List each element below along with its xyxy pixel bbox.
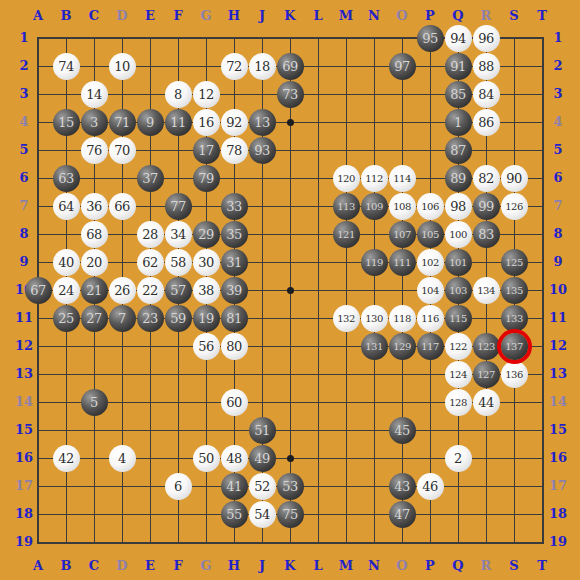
stone-white-move-48[interactable]: 48: [221, 445, 248, 472]
coord-label-left-5: 5: [12, 142, 36, 158]
coord-label-top-N: N: [362, 8, 386, 24]
coord-label-right-3: 3: [546, 86, 570, 102]
stone-black-move-101[interactable]: 101: [445, 249, 472, 276]
stone-white-move-136[interactable]: 136: [501, 361, 528, 388]
coord-label-right-10: 10: [546, 282, 570, 298]
stone-white-move-112[interactable]: 112: [361, 165, 388, 192]
stone-white-move-80[interactable]: 80: [221, 333, 248, 360]
stone-black-move-109[interactable]: 109: [361, 193, 388, 220]
stone-white-move-118[interactable]: 118: [389, 305, 416, 332]
coord-label-bottom-R: R: [474, 558, 498, 574]
stone-white-move-62[interactable]: 62: [137, 249, 164, 276]
stone-black-move-19[interactable]: 19: [193, 305, 220, 332]
stone-white-move-74[interactable]: 74: [53, 53, 80, 80]
coord-label-right-8: 8: [546, 226, 570, 242]
stone-black-move-9[interactable]: 9: [137, 109, 164, 136]
coord-label-right-17: 17: [546, 478, 570, 494]
coord-label-top-Q: Q: [446, 8, 470, 24]
stone-black-move-29[interactable]: 29: [193, 221, 220, 248]
stone-black-move-133[interactable]: 133: [501, 305, 528, 332]
stone-black-move-59[interactable]: 59: [165, 305, 192, 332]
coord-label-left-13: 13: [12, 366, 36, 382]
stone-black-move-69[interactable]: 69: [277, 53, 304, 80]
stone-black-move-3[interactable]: 3: [81, 109, 108, 136]
stone-black-move-35[interactable]: 35: [221, 221, 248, 248]
coord-label-bottom-L: L: [306, 558, 330, 574]
stone-black-move-117[interactable]: 117: [417, 333, 444, 360]
stone-black-move-55[interactable]: 55: [221, 501, 248, 528]
stone-black-move-85[interactable]: 85: [445, 81, 472, 108]
coord-label-left-15: 15: [12, 422, 36, 438]
stone-white-move-36[interactable]: 36: [81, 193, 108, 220]
coord-label-right-2: 2: [546, 58, 570, 74]
grid-vline-L: [318, 38, 319, 543]
coord-label-top-G: G: [194, 8, 218, 24]
stone-black-move-89[interactable]: 89: [445, 165, 472, 192]
stone-black-move-95[interactable]: 95: [417, 25, 444, 52]
coord-label-right-11: 11: [546, 310, 570, 326]
stone-black-move-5[interactable]: 5: [81, 389, 108, 416]
coord-label-left-19: 19: [12, 534, 36, 550]
coord-label-top-O: O: [390, 8, 414, 24]
coord-label-right-19: 19: [546, 534, 570, 550]
stone-white-move-76[interactable]: 76: [81, 137, 108, 164]
stone-black-move-79[interactable]: 79: [193, 165, 220, 192]
coord-label-left-7: 7: [12, 198, 36, 214]
coord-label-bottom-C: C: [82, 558, 106, 574]
coord-label-right-18: 18: [546, 506, 570, 522]
stone-white-move-50[interactable]: 50: [193, 445, 220, 472]
stone-black-move-57[interactable]: 57: [165, 277, 192, 304]
coord-label-top-P: P: [418, 8, 442, 24]
stone-white-move-26[interactable]: 26: [109, 277, 136, 304]
stone-white-move-42[interactable]: 42: [53, 445, 80, 472]
stone-black-move-41[interactable]: 41: [221, 473, 248, 500]
coord-label-left-18: 18: [12, 506, 36, 522]
stone-white-move-96[interactable]: 96: [473, 25, 500, 52]
coord-label-top-D: D: [110, 8, 134, 24]
coord-label-left-12: 12: [12, 338, 36, 354]
stone-white-move-40[interactable]: 40: [53, 249, 80, 276]
coord-label-right-7: 7: [546, 198, 570, 214]
stone-white-move-8[interactable]: 8: [165, 81, 192, 108]
coord-label-top-A: A: [26, 8, 50, 24]
stone-black-move-63[interactable]: 63: [53, 165, 80, 192]
stone-black-move-45[interactable]: 45: [389, 417, 416, 444]
stone-white-move-90[interactable]: 90: [501, 165, 528, 192]
stone-black-move-11[interactable]: 11: [165, 109, 192, 136]
stone-black-move-135[interactable]: 135: [501, 277, 528, 304]
star-point-K10: [287, 287, 294, 294]
stone-white-move-106[interactable]: 106: [417, 193, 444, 220]
coord-label-right-5: 5: [546, 142, 570, 158]
coord-label-bottom-M: M: [334, 558, 358, 574]
stone-white-move-98[interactable]: 98: [445, 193, 472, 220]
stone-black-move-105[interactable]: 105: [417, 221, 444, 248]
stone-black-move-127[interactable]: 127: [473, 361, 500, 388]
stone-white-move-126[interactable]: 126: [501, 193, 528, 220]
coord-label-bottom-Q: Q: [446, 558, 470, 574]
stone-black-move-115[interactable]: 115: [445, 305, 472, 332]
coord-label-top-S: S: [502, 8, 526, 24]
stone-white-move-130[interactable]: 130: [361, 305, 388, 332]
stone-white-move-124[interactable]: 124: [445, 361, 472, 388]
stone-white-move-20[interactable]: 20: [81, 249, 108, 276]
coord-label-bottom-B: B: [54, 558, 78, 574]
coord-label-left-8: 8: [12, 226, 36, 242]
coord-label-right-12: 12: [546, 338, 570, 354]
coord-label-top-M: M: [334, 8, 358, 24]
stone-white-move-44[interactable]: 44: [473, 389, 500, 416]
stone-black-move-21[interactable]: 21: [81, 277, 108, 304]
coord-label-left-16: 16: [12, 450, 36, 466]
coord-label-left-3: 3: [12, 86, 36, 102]
stone-white-move-6[interactable]: 6: [165, 473, 192, 500]
stone-black-move-111[interactable]: 111: [389, 249, 416, 276]
stone-white-move-18[interactable]: 18: [249, 53, 276, 80]
stone-white-move-72[interactable]: 72: [221, 53, 248, 80]
stone-white-move-4[interactable]: 4: [109, 445, 136, 472]
coord-label-right-15: 15: [546, 422, 570, 438]
stone-white-move-116[interactable]: 116: [417, 305, 444, 332]
stone-black-move-71[interactable]: 71: [109, 109, 136, 136]
stone-black-move-103[interactable]: 103: [445, 277, 472, 304]
stone-white-move-64[interactable]: 64: [53, 193, 80, 220]
stone-black-move-87[interactable]: 87: [445, 137, 472, 164]
stone-white-move-14[interactable]: 14: [81, 81, 108, 108]
coord-label-right-13: 13: [546, 366, 570, 382]
stone-black-move-37[interactable]: 37: [137, 165, 164, 192]
coord-label-bottom-G: G: [194, 558, 218, 574]
stone-white-move-12[interactable]: 12: [193, 81, 220, 108]
coord-label-bottom-O: O: [390, 558, 414, 574]
coord-label-left-6: 6: [12, 170, 36, 186]
coord-label-bottom-T: T: [530, 558, 554, 574]
coord-label-top-R: R: [474, 8, 498, 24]
coord-label-bottom-J: J: [250, 558, 274, 574]
stone-black-move-129[interactable]: 129: [389, 333, 416, 360]
stone-black-move-113[interactable]: 113: [333, 193, 360, 220]
coord-label-left-2: 2: [12, 58, 36, 74]
stone-white-move-56[interactable]: 56: [193, 333, 220, 360]
stone-white-move-34[interactable]: 34: [165, 221, 192, 248]
coord-label-top-B: B: [54, 8, 78, 24]
grid-vline-O: [402, 38, 403, 543]
stone-white-move-46[interactable]: 46: [417, 473, 444, 500]
coord-label-right-9: 9: [546, 254, 570, 270]
stone-white-move-2[interactable]: 2: [445, 445, 472, 472]
coord-label-bottom-S: S: [502, 558, 526, 574]
coord-label-top-L: L: [306, 8, 330, 24]
stone-white-move-92[interactable]: 92: [221, 109, 248, 136]
coord-label-left-11: 11: [12, 310, 36, 326]
stone-black-move-33[interactable]: 33: [221, 193, 248, 220]
grid-vline-M: [346, 38, 347, 543]
grid-vline-N: [374, 38, 375, 543]
star-point-K16: [287, 455, 294, 462]
stone-black-move-75[interactable]: 75: [277, 501, 304, 528]
coord-label-right-4: 4: [546, 114, 570, 130]
stone-black-move-17[interactable]: 17: [193, 137, 220, 164]
stone-black-move-137[interactable]: 137: [501, 333, 528, 360]
coord-label-top-H: H: [222, 8, 246, 24]
stone-white-move-24[interactable]: 24: [53, 277, 80, 304]
stone-black-move-123[interactable]: 123: [473, 333, 500, 360]
stone-white-move-60[interactable]: 60: [221, 389, 248, 416]
coord-label-bottom-E: E: [138, 558, 162, 574]
stone-white-move-66[interactable]: 66: [109, 193, 136, 220]
stone-black-move-13[interactable]: 13: [249, 109, 276, 136]
stone-white-move-122[interactable]: 122: [445, 333, 472, 360]
stone-black-move-91[interactable]: 91: [445, 53, 472, 80]
stone-black-move-77[interactable]: 77: [165, 193, 192, 220]
stone-white-move-84[interactable]: 84: [473, 81, 500, 108]
stone-white-move-108[interactable]: 108: [389, 193, 416, 220]
coord-label-bottom-H: H: [222, 558, 246, 574]
stone-white-move-86[interactable]: 86: [473, 109, 500, 136]
stone-white-move-82[interactable]: 82: [473, 165, 500, 192]
stone-black-move-99[interactable]: 99: [473, 193, 500, 220]
stone-black-move-125[interactable]: 125: [501, 249, 528, 276]
stone-black-move-43[interactable]: 43: [389, 473, 416, 500]
coord-label-right-6: 6: [546, 170, 570, 186]
stone-black-move-25[interactable]: 25: [53, 305, 80, 332]
stone-white-move-70[interactable]: 70: [109, 137, 136, 164]
coord-label-top-C: C: [82, 8, 106, 24]
stone-black-move-67[interactable]: 67: [25, 277, 52, 304]
stone-black-move-107[interactable]: 107: [389, 221, 416, 248]
coord-label-top-J: J: [250, 8, 274, 24]
stone-black-move-97[interactable]: 97: [389, 53, 416, 80]
stone-white-move-52[interactable]: 52: [249, 473, 276, 500]
stone-white-move-94[interactable]: 94: [445, 25, 472, 52]
stone-black-move-39[interactable]: 39: [221, 277, 248, 304]
coord-label-left-9: 9: [12, 254, 36, 270]
stone-black-move-23[interactable]: 23: [137, 305, 164, 332]
stone-white-move-88[interactable]: 88: [473, 53, 500, 80]
star-point-K4: [287, 119, 294, 126]
stone-white-move-16[interactable]: 16: [193, 109, 220, 136]
coord-label-bottom-P: P: [418, 558, 442, 574]
coord-label-right-1: 1: [546, 30, 570, 46]
coord-label-top-T: T: [530, 8, 554, 24]
stone-black-move-31[interactable]: 31: [221, 249, 248, 276]
stone-black-move-53[interactable]: 53: [277, 473, 304, 500]
stone-white-move-10[interactable]: 10: [109, 53, 136, 80]
stone-black-move-47[interactable]: 47: [389, 501, 416, 528]
stone-black-move-15[interactable]: 15: [53, 109, 80, 136]
coord-label-left-14: 14: [12, 394, 36, 410]
coord-label-right-14: 14: [546, 394, 570, 410]
stone-white-move-38[interactable]: 38: [193, 277, 220, 304]
stone-black-move-49[interactable]: 49: [249, 445, 276, 472]
coord-label-bottom-N: N: [362, 558, 386, 574]
stone-white-move-104[interactable]: 104: [417, 277, 444, 304]
stone-white-move-134[interactable]: 134: [473, 277, 500, 304]
coord-label-top-K: K: [278, 8, 302, 24]
stone-black-move-81[interactable]: 81: [221, 305, 248, 332]
coord-label-bottom-K: K: [278, 558, 302, 574]
stone-white-move-102[interactable]: 102: [417, 249, 444, 276]
stone-white-move-22[interactable]: 22: [137, 277, 164, 304]
stone-white-move-58[interactable]: 58: [165, 249, 192, 276]
stone-black-move-83[interactable]: 83: [473, 221, 500, 248]
stone-black-move-27[interactable]: 27: [81, 305, 108, 332]
coord-label-bottom-F: F: [166, 558, 190, 574]
coord-label-left-4: 4: [12, 114, 36, 130]
stone-black-move-1[interactable]: 1: [445, 109, 472, 136]
stone-white-move-68[interactable]: 68: [81, 221, 108, 248]
coord-label-top-F: F: [166, 8, 190, 24]
stone-white-move-100[interactable]: 100: [445, 221, 472, 248]
stone-white-move-128[interactable]: 128: [445, 389, 472, 416]
coord-label-bottom-A: A: [26, 558, 50, 574]
stone-black-move-119[interactable]: 119: [361, 249, 388, 276]
stone-white-move-78[interactable]: 78: [221, 137, 248, 164]
stone-black-move-121[interactable]: 121: [333, 221, 360, 248]
grid-hline-15: [38, 430, 543, 431]
stone-white-move-114[interactable]: 114: [389, 165, 416, 192]
stone-black-move-73[interactable]: 73: [277, 81, 304, 108]
coord-label-top-E: E: [138, 8, 162, 24]
stone-black-move-7[interactable]: 7: [109, 305, 136, 332]
stone-black-move-131[interactable]: 131: [361, 333, 388, 360]
stone-white-move-132[interactable]: 132: [333, 305, 360, 332]
stone-white-move-54[interactable]: 54: [249, 501, 276, 528]
coord-label-bottom-D: D: [110, 558, 134, 574]
stone-white-move-28[interactable]: 28: [137, 221, 164, 248]
coord-label-right-16: 16: [546, 450, 570, 466]
coord-label-left-1: 1: [12, 30, 36, 46]
coord-label-left-17: 17: [12, 478, 36, 494]
stone-black-move-93[interactable]: 93: [249, 137, 276, 164]
stone-white-move-30[interactable]: 30: [193, 249, 220, 276]
stone-white-move-120[interactable]: 120: [333, 165, 360, 192]
stone-black-move-51[interactable]: 51: [249, 417, 276, 444]
go-kifu-screenshot: AABBCCDDEEFFGGHHJJKKLLMMNNOOPPQQRRSSTT11…: [0, 0, 580, 580]
